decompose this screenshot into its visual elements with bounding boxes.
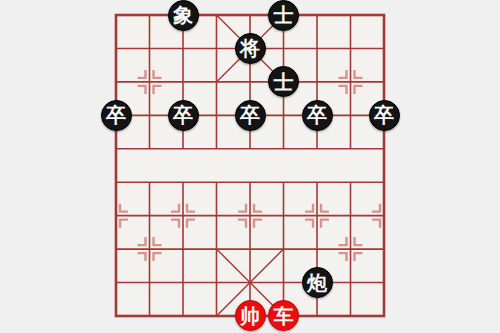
board-point[interactable] [166,266,200,299]
board-point[interactable]: 卒 [300,99,334,132]
board-point[interactable] [133,299,167,332]
board-point[interactable]: 帅 [233,299,267,332]
board-point[interactable]: 士 [267,0,301,32]
board-point[interactable] [300,0,334,32]
board-point[interactable] [133,232,167,265]
board-point[interactable] [300,299,334,332]
board-point[interactable] [133,266,167,299]
piece-black-advisor[interactable]: 士 [268,66,299,97]
piece-black-soldier[interactable]: 卒 [168,100,199,131]
board-point[interactable] [233,266,267,299]
board-point[interactable] [300,165,334,198]
board-point[interactable] [200,199,234,232]
board-point[interactable] [300,132,334,165]
board-point[interactable] [200,0,234,32]
board-point[interactable] [334,0,368,32]
board-point[interactable] [233,0,267,32]
board-point[interactable] [166,199,200,232]
board-point[interactable] [267,199,301,232]
board-point[interactable]: 卒 [99,99,133,132]
board-point[interactable] [367,132,401,165]
board-point[interactable] [334,99,368,132]
board-point[interactable] [99,232,133,265]
board-point[interactable]: 卒 [367,99,401,132]
board-point[interactable] [200,299,234,332]
board-point[interactable] [300,32,334,65]
board-point[interactable] [334,165,368,198]
board-point[interactable] [367,0,401,32]
board-point[interactable] [200,32,234,65]
board-point[interactable] [200,266,234,299]
piece-black-soldier[interactable]: 卒 [302,100,333,131]
piece-black-soldier[interactable]: 卒 [235,100,266,131]
board-point[interactable] [99,266,133,299]
board-point[interactable] [300,65,334,98]
board-point[interactable] [166,65,200,98]
board-point[interactable] [166,32,200,65]
board-point[interactable] [99,32,133,65]
board-point[interactable]: 卒 [166,99,200,132]
board-point[interactable] [233,199,267,232]
board-point[interactable]: 将 [233,32,267,65]
board-point[interactable] [133,132,167,165]
board-point[interactable] [200,99,234,132]
piece-red-general[interactable]: 帅 [235,300,266,331]
board-point[interactable] [267,99,301,132]
board-point[interactable] [133,0,167,32]
board-point[interactable] [267,266,301,299]
piece-black-advisor[interactable]: 士 [268,0,299,31]
board-point[interactable] [133,65,167,98]
board-point[interactable] [367,165,401,198]
board-point[interactable] [200,65,234,98]
board-point[interactable] [334,132,368,165]
board-point[interactable] [233,232,267,265]
board-point[interactable]: 士 [267,65,301,98]
board-point[interactable] [133,32,167,65]
board-point[interactable] [233,65,267,98]
xiangqi-board-grid: 象士将士卒卒卒卒卒炮帅车 [99,0,401,333]
board-point[interactable] [334,32,368,65]
board-point[interactable] [133,165,167,198]
board-point[interactable] [166,165,200,198]
board-point[interactable] [200,165,234,198]
board-point[interactable] [334,266,368,299]
board-point[interactable] [267,32,301,65]
piece-black-general[interactable]: 将 [235,33,266,64]
board-point[interactable]: 象 [166,0,200,32]
board-point[interactable] [300,199,334,232]
board-point[interactable]: 炮 [300,266,334,299]
board-point[interactable] [200,132,234,165]
piece-black-elephant[interactable]: 象 [168,0,199,31]
board-point[interactable]: 卒 [233,99,267,132]
board-point[interactable] [166,232,200,265]
board-point[interactable] [367,232,401,265]
board-point[interactable] [334,199,368,232]
board-point[interactable] [99,199,133,232]
board-point[interactable] [99,65,133,98]
board-point[interactable] [166,299,200,332]
piece-red-chariot[interactable]: 车 [268,300,299,331]
board-point[interactable] [200,232,234,265]
piece-black-cannon[interactable]: 炮 [302,267,333,298]
board-point[interactable] [367,299,401,332]
board-point[interactable] [99,299,133,332]
board-point[interactable] [367,32,401,65]
board-point[interactable] [99,0,133,32]
board-point[interactable] [367,65,401,98]
board-point[interactable] [300,232,334,265]
board-point[interactable] [166,132,200,165]
board-point[interactable] [267,232,301,265]
board-point[interactable] [334,232,368,265]
board-point[interactable]: 车 [267,299,301,332]
board-point[interactable] [367,266,401,299]
board-point[interactable] [267,132,301,165]
piece-black-soldier[interactable]: 卒 [369,100,400,131]
board-point[interactable] [133,99,167,132]
board-point[interactable] [367,199,401,232]
board-point[interactable] [99,132,133,165]
xiangqi-app: 象士将士卒卒卒卒卒炮帅车 [0,0,500,333]
board-point[interactable] [267,165,301,198]
piece-black-soldier[interactable]: 卒 [101,100,132,131]
board-point[interactable] [133,199,167,232]
board-point[interactable] [334,299,368,332]
board-point[interactable] [99,165,133,198]
board-point[interactable] [233,165,267,198]
board-point[interactable] [233,132,267,165]
board-point[interactable] [334,65,368,98]
